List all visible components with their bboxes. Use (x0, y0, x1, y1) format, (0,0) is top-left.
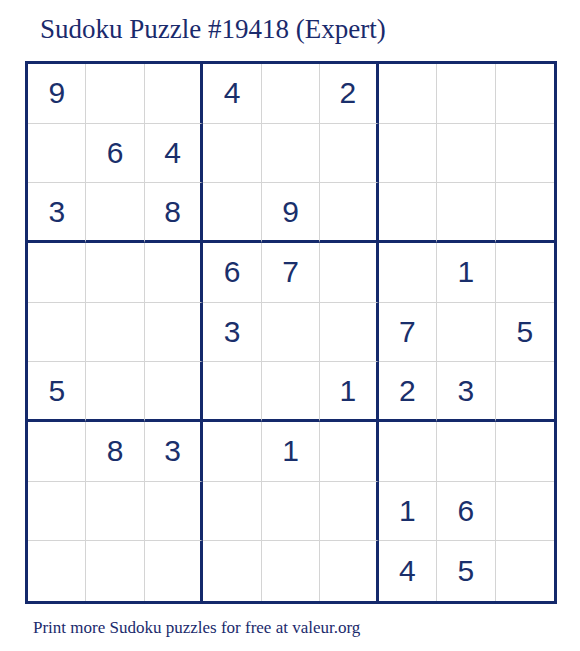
sudoku-cell-empty (145, 482, 203, 542)
sudoku-cell-empty (496, 124, 554, 184)
sudoku-cell-empty (203, 183, 261, 243)
sudoku-cell-given: 7 (379, 303, 437, 363)
sudoku-cell-empty (320, 183, 378, 243)
sudoku-cell-empty (145, 303, 203, 363)
sudoku-cell-empty (496, 482, 554, 542)
sudoku-cell-given: 5 (28, 362, 86, 422)
sudoku-cell-given: 3 (203, 303, 261, 363)
sudoku-cell-empty (28, 482, 86, 542)
sudoku-cell-empty (28, 422, 86, 482)
sudoku-cell-given: 3 (28, 183, 86, 243)
sudoku-cell-empty (86, 303, 144, 363)
sudoku-cell-given: 8 (86, 422, 144, 482)
sudoku-cell-empty (203, 541, 261, 601)
sudoku-cell-empty (437, 183, 495, 243)
sudoku-cell-given: 1 (437, 243, 495, 303)
sudoku-cell-given: 4 (379, 541, 437, 601)
sudoku-board: 9426438967137551238311645 (25, 61, 557, 604)
sudoku-cell-empty (145, 541, 203, 601)
sudoku-cell-empty (203, 362, 261, 422)
sudoku-cell-given: 1 (262, 422, 320, 482)
sudoku-cell-empty (320, 482, 378, 542)
sudoku-cell-empty (86, 243, 144, 303)
sudoku-cell-empty (496, 422, 554, 482)
sudoku-cell-given: 1 (379, 482, 437, 542)
sudoku-cell-empty (145, 243, 203, 303)
sudoku-cell-empty (437, 422, 495, 482)
sudoku-cell-empty (28, 541, 86, 601)
sudoku-cell-empty (496, 64, 554, 124)
sudoku-cell-given: 3 (145, 422, 203, 482)
sudoku-cell-empty (379, 64, 437, 124)
sudoku-cell-given: 9 (28, 64, 86, 124)
sudoku-cell-given: 5 (496, 303, 554, 363)
sudoku-cell-empty (145, 64, 203, 124)
sudoku-cell-empty (320, 422, 378, 482)
sudoku-cell-empty (496, 362, 554, 422)
sudoku-cell-empty (262, 541, 320, 601)
sudoku-cell-empty (379, 183, 437, 243)
sudoku-cell-empty (320, 303, 378, 363)
sudoku-cell-empty (203, 482, 261, 542)
sudoku-cell-empty (145, 362, 203, 422)
sudoku-cell-empty (379, 422, 437, 482)
sudoku-cell-given: 7 (262, 243, 320, 303)
sudoku-cell-given: 1 (320, 362, 378, 422)
sudoku-cell-given: 4 (145, 124, 203, 184)
sudoku-cell-empty (320, 243, 378, 303)
sudoku-cell-given: 6 (437, 482, 495, 542)
sudoku-cell-given: 2 (320, 64, 378, 124)
sudoku-cell-given: 9 (262, 183, 320, 243)
sudoku-cell-empty (262, 124, 320, 184)
sudoku-cell-empty (496, 183, 554, 243)
sudoku-cell-empty (379, 124, 437, 184)
sudoku-cell-empty (437, 303, 495, 363)
sudoku-cell-given: 6 (86, 124, 144, 184)
sudoku-cell-empty (320, 541, 378, 601)
sudoku-cell-empty (379, 243, 437, 303)
sudoku-cell-empty (86, 362, 144, 422)
sudoku-cell-empty (86, 482, 144, 542)
footer-text: Print more Sudoku puzzles for free at va… (33, 618, 360, 638)
sudoku-cell-empty (262, 64, 320, 124)
page-title: Sudoku Puzzle #19418 (Expert) (40, 14, 386, 45)
sudoku-cell-given: 8 (145, 183, 203, 243)
sudoku-cell-given: 6 (203, 243, 261, 303)
sudoku-cell-empty (203, 422, 261, 482)
sudoku-cell-empty (262, 362, 320, 422)
sudoku-cell-given: 2 (379, 362, 437, 422)
sudoku-cell-given: 3 (437, 362, 495, 422)
sudoku-cell-empty (262, 303, 320, 363)
sudoku-cell-empty (86, 64, 144, 124)
sudoku-cell-empty (28, 243, 86, 303)
sudoku-cell-given: 5 (437, 541, 495, 601)
sudoku-cell-empty (86, 541, 144, 601)
sudoku-cell-empty (320, 124, 378, 184)
sudoku-cell-empty (496, 243, 554, 303)
sudoku-cell-empty (28, 124, 86, 184)
sudoku-cell-empty (86, 183, 144, 243)
sudoku-cell-empty (437, 124, 495, 184)
sudoku-cell-given: 4 (203, 64, 261, 124)
sudoku-cell-empty (28, 303, 86, 363)
sudoku-cell-empty (203, 124, 261, 184)
sudoku-cell-empty (262, 482, 320, 542)
sudoku-cell-empty (437, 64, 495, 124)
sudoku-cell-empty (496, 541, 554, 601)
